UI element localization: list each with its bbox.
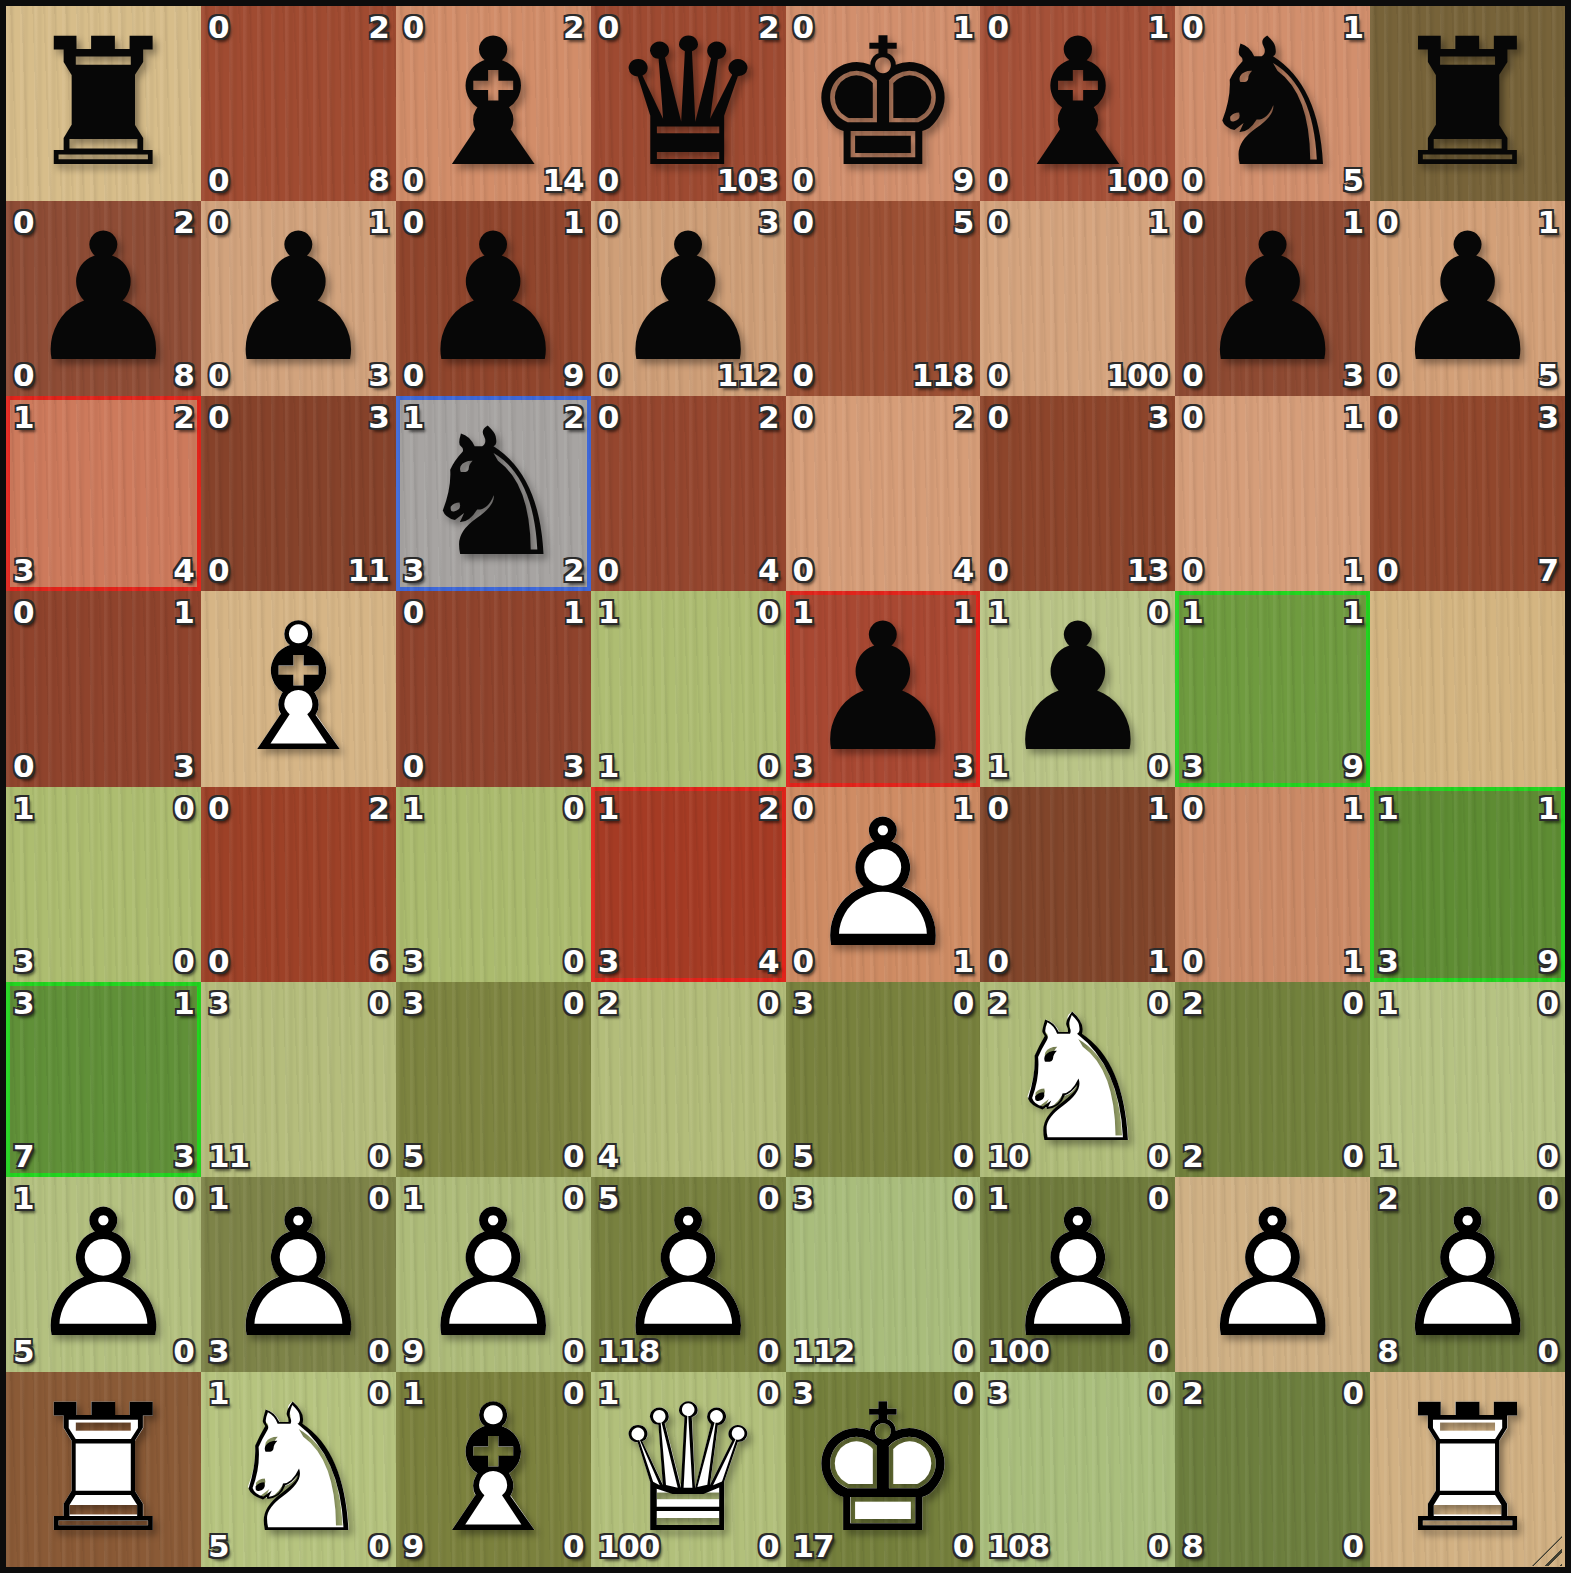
corner-top-right: 1 bbox=[173, 982, 194, 1024]
corner-bottom-left: 5 bbox=[403, 1135, 424, 1177]
corner-bottom-right: 3 bbox=[953, 745, 974, 787]
corner-top-right: 3 bbox=[1537, 396, 1558, 438]
corner-top-left: 1 bbox=[13, 396, 34, 438]
piece-white-pawn[interactable]: ♟♙ bbox=[396, 1177, 591, 1372]
square-h6[interactable]: 0307 bbox=[1370, 396, 1565, 591]
corner-bottom-left: 0 bbox=[1182, 940, 1203, 982]
corner-bottom-left: 0 bbox=[987, 549, 1008, 591]
corner-bottom-left: 100 bbox=[987, 1330, 1049, 1372]
corner-top-right: 2 bbox=[368, 787, 389, 829]
corner-top-left: 0 bbox=[403, 591, 424, 633]
corner-bottom-left: 0 bbox=[1182, 354, 1203, 396]
corner-top-left: 0 bbox=[598, 396, 619, 438]
square-b7[interactable]: 0103♟ bbox=[201, 201, 396, 396]
corner-top-left: 2 bbox=[987, 982, 1008, 1024]
piece-white-bishop[interactable]: ♝♗ bbox=[201, 591, 396, 786]
corner-bottom-right: 3 bbox=[1343, 354, 1364, 396]
corner-bottom-right: 0 bbox=[368, 1135, 389, 1177]
corner-top-left: 0 bbox=[403, 201, 424, 243]
square-c2[interactable]: 1090♟♙ bbox=[396, 1177, 591, 1372]
corner-bottom-left: 3 bbox=[1182, 745, 1203, 787]
corner-top-right: 0 bbox=[1343, 1372, 1364, 1414]
corner-bottom-left: 0 bbox=[793, 354, 814, 396]
corner-top-left: 0 bbox=[1377, 396, 1398, 438]
square-c4[interactable]: 1030 bbox=[396, 787, 591, 982]
square-a8[interactable]: ♜ bbox=[6, 6, 201, 201]
corner-top-right: 0 bbox=[758, 591, 779, 633]
corner-bottom-left: 10 bbox=[987, 1135, 1028, 1177]
square-d7[interactable]: 030112♟ bbox=[591, 201, 786, 396]
square-b2[interactable]: 1030♟♙ bbox=[201, 1177, 396, 1372]
corner-bottom-left: 4 bbox=[598, 1135, 619, 1177]
corner-top-left: 0 bbox=[987, 787, 1008, 829]
corner-top-left: 1 bbox=[208, 1372, 229, 1414]
square-d6[interactable]: 0204 bbox=[591, 396, 786, 591]
corner-bottom-right: 1 bbox=[953, 940, 974, 982]
square-c6[interactable]: 1232♞ bbox=[396, 396, 591, 591]
square-e7[interactable]: 050118 bbox=[786, 201, 981, 396]
piece-black-pawn[interactable]: ♟ bbox=[396, 201, 591, 396]
corner-top-right: 1 bbox=[563, 591, 584, 633]
corner-bottom-right: 0 bbox=[758, 745, 779, 787]
corner-bottom-right: 11 bbox=[348, 549, 389, 591]
corner-top-right: 0 bbox=[953, 1372, 974, 1414]
corner-bottom-left: 0 bbox=[208, 549, 229, 591]
corner-bottom-left: 3 bbox=[403, 549, 424, 591]
corner-top-left: 0 bbox=[1182, 6, 1203, 48]
square-c1[interactable]: 1090♝♗ bbox=[396, 1372, 591, 1567]
corner-bottom-right: 5 bbox=[1537, 354, 1558, 396]
corner-bottom-left: 0 bbox=[987, 354, 1008, 396]
corner-bottom-right: 13 bbox=[1127, 549, 1168, 591]
corner-bottom-left: 3 bbox=[793, 745, 814, 787]
square-g3[interactable]: 2020 bbox=[1175, 982, 1370, 1177]
corner-bottom-right: 1 bbox=[1148, 940, 1169, 982]
corner-top-right: 0 bbox=[563, 982, 584, 1024]
piece-black-pawn[interactable]: ♟ bbox=[786, 591, 981, 786]
corner-bottom-left: 8 bbox=[1377, 1330, 1398, 1372]
piece-white-pawn[interactable]: ♟♙ bbox=[201, 1177, 396, 1372]
corner-top-right: 2 bbox=[758, 787, 779, 829]
square-g6[interactable]: 0101 bbox=[1175, 396, 1370, 591]
corner-bottom-right: 118 bbox=[912, 354, 974, 396]
square-b3[interactable]: 30110 bbox=[201, 982, 396, 1177]
corner-bottom-left: 100 bbox=[598, 1525, 660, 1567]
corner-bottom-right: 3 bbox=[173, 1135, 194, 1177]
square-g8[interactable]: 0105♞ bbox=[1175, 6, 1370, 201]
corner-top-right: 0 bbox=[368, 1177, 389, 1219]
corner-top-right: 2 bbox=[953, 396, 974, 438]
square-f4[interactable]: 0101 bbox=[980, 787, 1175, 982]
corner-top-left: 2 bbox=[598, 982, 619, 1024]
corner-bottom-right: 0 bbox=[1537, 1330, 1558, 1372]
corner-bottom-right: 0 bbox=[953, 1330, 974, 1372]
corner-bottom-left: 8 bbox=[1182, 1525, 1203, 1567]
corner-top-right: 1 bbox=[1148, 201, 1169, 243]
corner-bottom-right: 7 bbox=[1537, 549, 1558, 591]
corner-top-right: 1 bbox=[953, 591, 974, 633]
corner-bottom-right: 0 bbox=[758, 1525, 779, 1567]
corner-bottom-right: 0 bbox=[368, 1330, 389, 1372]
corner-top-left: 1 bbox=[598, 591, 619, 633]
corner-bottom-left: 0 bbox=[793, 549, 814, 591]
corner-bottom-left: 0 bbox=[403, 745, 424, 787]
corner-top-left: 3 bbox=[13, 982, 34, 1024]
piece-black-pawn[interactable]: ♟ bbox=[201, 201, 396, 396]
corner-bottom-right: 0 bbox=[563, 1330, 584, 1372]
corner-bottom-left: 0 bbox=[403, 159, 424, 201]
corner-top-right: 1 bbox=[1537, 787, 1558, 829]
corner-bottom-left: 0 bbox=[13, 354, 34, 396]
corner-bottom-right: 3 bbox=[368, 354, 389, 396]
corner-top-left: 0 bbox=[598, 201, 619, 243]
corner-bottom-left: 5 bbox=[208, 1525, 229, 1567]
corner-bottom-right: 100 bbox=[1107, 159, 1169, 201]
corner-top-left: 1 bbox=[987, 591, 1008, 633]
corner-bottom-right: 6 bbox=[368, 940, 389, 982]
square-b8[interactable]: 0208 bbox=[201, 6, 396, 201]
corner-bottom-left: 0 bbox=[403, 354, 424, 396]
corner-bottom-left: 5 bbox=[13, 1330, 34, 1372]
square-e4[interactable]: 0101♟♙ bbox=[786, 787, 981, 982]
piece-black-pawn[interactable]: ♟ bbox=[980, 591, 1175, 786]
corner-bottom-left: 2 bbox=[1182, 1135, 1203, 1177]
corner-top-right: 2 bbox=[173, 396, 194, 438]
square-a7[interactable]: 0208♟ bbox=[6, 201, 201, 396]
piece-black-pawn[interactable]: ♟ bbox=[1370, 201, 1565, 396]
square-b4[interactable]: 0206 bbox=[201, 787, 396, 982]
corner-bottom-left: 0 bbox=[208, 159, 229, 201]
corner-bottom-left: 5 bbox=[793, 1135, 814, 1177]
square-f7[interactable]: 010100 bbox=[980, 201, 1175, 396]
corner-bottom-left: 17 bbox=[793, 1525, 834, 1567]
corner-bottom-right: 5 bbox=[1343, 159, 1364, 201]
corner-bottom-right: 3 bbox=[173, 745, 194, 787]
corner-top-left: 1 bbox=[1182, 591, 1203, 633]
corner-top-right: 1 bbox=[953, 787, 974, 829]
corner-bottom-right: 0 bbox=[173, 1330, 194, 1372]
corner-top-left: 0 bbox=[208, 396, 229, 438]
corner-top-left: 1 bbox=[403, 1372, 424, 1414]
square-h4[interactable]: 1139 bbox=[1370, 787, 1565, 982]
corner-bottom-right: 0 bbox=[368, 1525, 389, 1567]
corner-bottom-right: 0 bbox=[1537, 1135, 1558, 1177]
corner-top-left: 3 bbox=[208, 982, 229, 1024]
piece-white-knight[interactable]: ♞♘ bbox=[201, 1372, 396, 1567]
corner-bottom-left: 0 bbox=[208, 940, 229, 982]
square-b1[interactable]: 1050♞♘ bbox=[201, 1372, 396, 1567]
corner-top-left: 0 bbox=[208, 787, 229, 829]
corner-top-right: 0 bbox=[173, 787, 194, 829]
corner-top-left: 1 bbox=[598, 1372, 619, 1414]
corner-top-right: 0 bbox=[563, 787, 584, 829]
square-f8[interactable]: 010100♝ bbox=[980, 6, 1175, 201]
square-f2[interactable]: 101000♟♙ bbox=[980, 1177, 1175, 1372]
piece-white-rook[interactable]: ♜♖ bbox=[6, 1372, 201, 1567]
corner-top-left: 1 bbox=[13, 1177, 34, 1219]
corner-top-left: 2 bbox=[1182, 982, 1203, 1024]
corner-top-right: 0 bbox=[758, 982, 779, 1024]
corner-bottom-right: 4 bbox=[953, 549, 974, 591]
corner-bottom-left: 0 bbox=[13, 745, 34, 787]
corner-bottom-left: 112 bbox=[793, 1330, 855, 1372]
corner-top-left: 1 bbox=[987, 1177, 1008, 1219]
square-e5[interactable]: 1133♟ bbox=[786, 591, 981, 786]
corner-top-left: 1 bbox=[403, 1177, 424, 1219]
corner-top-left: 2 bbox=[1182, 1372, 1203, 1414]
piece-white-rook[interactable]: ♜♖ bbox=[1370, 1372, 1565, 1567]
corner-top-left: 0 bbox=[793, 787, 814, 829]
corner-top-right: 0 bbox=[1148, 1177, 1169, 1219]
square-e3[interactable]: 3050 bbox=[786, 982, 981, 1177]
square-c8[interactable]: 02014♝ bbox=[396, 6, 591, 201]
corner-bottom-right: 0 bbox=[173, 940, 194, 982]
square-a5[interactable]: 0103 bbox=[6, 591, 201, 786]
corner-top-right: 3 bbox=[368, 396, 389, 438]
corner-bottom-right: 0 bbox=[1148, 1330, 1169, 1372]
corner-top-right: 1 bbox=[1343, 6, 1364, 48]
square-f3[interactable]: 20100♞♘ bbox=[980, 982, 1175, 1177]
square-d5[interactable]: 1010 bbox=[591, 591, 786, 786]
corner-bottom-right: 9 bbox=[563, 354, 584, 396]
square-c7[interactable]: 0109♟ bbox=[396, 201, 591, 396]
corner-top-left: 0 bbox=[1377, 201, 1398, 243]
corner-top-right: 0 bbox=[563, 1177, 584, 1219]
piece-black-pawn[interactable]: ♟ bbox=[6, 201, 201, 396]
corner-top-left: 0 bbox=[208, 201, 229, 243]
corner-top-right: 2 bbox=[563, 396, 584, 438]
corner-bottom-right: 4 bbox=[758, 549, 779, 591]
corner-bottom-left: 0 bbox=[1377, 549, 1398, 591]
corner-top-right: 2 bbox=[173, 201, 194, 243]
corner-top-right: 0 bbox=[1148, 1372, 1169, 1414]
piece-black-pawn[interactable]: ♟ bbox=[1175, 201, 1370, 396]
corner-bottom-left: 1 bbox=[1377, 1135, 1398, 1177]
corner-top-right: 2 bbox=[563, 6, 584, 48]
corner-top-right: 0 bbox=[173, 1177, 194, 1219]
corner-top-right: 0 bbox=[1148, 591, 1169, 633]
square-e8[interactable]: 0109♚ bbox=[786, 6, 981, 201]
corner-top-left: 1 bbox=[1377, 787, 1398, 829]
chess-app: ♜020802014♝020103♛0109♚010100♝0105♞♜0208… bbox=[0, 0, 1571, 1573]
corner-top-right: 0 bbox=[953, 982, 974, 1024]
corner-top-right: 1 bbox=[173, 591, 194, 633]
corner-top-left: 0 bbox=[793, 396, 814, 438]
corner-bottom-right: 100 bbox=[1107, 354, 1169, 396]
corner-top-left: 5 bbox=[598, 1177, 619, 1219]
square-d4[interactable]: 1234 bbox=[591, 787, 786, 982]
corner-top-right: 1 bbox=[368, 201, 389, 243]
corner-bottom-right: 0 bbox=[1343, 1135, 1364, 1177]
corner-bottom-right: 2 bbox=[563, 549, 584, 591]
corner-top-right: 5 bbox=[953, 201, 974, 243]
square-f6[interactable]: 03013 bbox=[980, 396, 1175, 591]
corner-top-left: 0 bbox=[13, 591, 34, 633]
corner-top-right: 1 bbox=[1343, 201, 1364, 243]
corner-bottom-right: 0 bbox=[758, 1330, 779, 1372]
corner-top-left: 0 bbox=[793, 201, 814, 243]
corner-bottom-right: 103 bbox=[717, 159, 779, 201]
square-d8[interactable]: 020103♛ bbox=[591, 6, 786, 201]
square-a3[interactable]: 3173 bbox=[6, 982, 201, 1177]
corner-bottom-right: 8 bbox=[368, 159, 389, 201]
corner-bottom-left: 118 bbox=[598, 1330, 660, 1372]
corner-bottom-right: 1 bbox=[1343, 549, 1364, 591]
corner-top-left: 1 bbox=[403, 787, 424, 829]
piece-black-knight[interactable]: ♞ bbox=[396, 396, 591, 591]
corner-bottom-left: 3 bbox=[208, 1330, 229, 1372]
corner-bottom-left: 3 bbox=[13, 549, 34, 591]
piece-white-pawn[interactable]: ♟♙ bbox=[786, 787, 981, 982]
corner-top-left: 0 bbox=[987, 396, 1008, 438]
corner-top-right: 2 bbox=[758, 6, 779, 48]
corner-top-left: 0 bbox=[987, 6, 1008, 48]
corner-top-left: 0 bbox=[1182, 396, 1203, 438]
corner-bottom-right: 9 bbox=[1537, 940, 1558, 982]
square-a1[interactable]: ♜♖ bbox=[6, 1372, 201, 1567]
corner-bottom-left: 3 bbox=[13, 940, 34, 982]
corner-bottom-left: 0 bbox=[793, 159, 814, 201]
square-a6[interactable]: 1234 bbox=[6, 396, 201, 591]
piece-white-pawn[interactable]: ♟♙ bbox=[1175, 1177, 1370, 1372]
piece-black-king[interactable]: ♚ bbox=[786, 6, 981, 201]
square-h1[interactable]: ♜♖ bbox=[1370, 1372, 1565, 1567]
corner-bottom-right: 0 bbox=[563, 1135, 584, 1177]
corner-top-left: 1 bbox=[793, 591, 814, 633]
corner-bottom-left: 0 bbox=[987, 940, 1008, 982]
corner-top-right: 1 bbox=[953, 6, 974, 48]
corner-top-left: 3 bbox=[793, 1372, 814, 1414]
square-a4[interactable]: 1030 bbox=[6, 787, 201, 982]
corner-top-left: 1 bbox=[598, 787, 619, 829]
corner-bottom-left: 1 bbox=[987, 745, 1008, 787]
corner-bottom-left: 0 bbox=[598, 354, 619, 396]
corner-top-right: 1 bbox=[1148, 787, 1169, 829]
corner-top-right: 0 bbox=[758, 1177, 779, 1219]
corner-top-right: 1 bbox=[1148, 6, 1169, 48]
corner-bottom-left: 0 bbox=[987, 159, 1008, 201]
corner-top-right: 0 bbox=[1343, 982, 1364, 1024]
square-e6[interactable]: 0204 bbox=[786, 396, 981, 591]
corner-top-right: 2 bbox=[368, 6, 389, 48]
corner-top-left: 1 bbox=[1377, 982, 1398, 1024]
corner-top-left: 3 bbox=[793, 982, 814, 1024]
square-b6[interactable]: 03011 bbox=[201, 396, 396, 591]
corner-bottom-right: 8 bbox=[173, 354, 194, 396]
corner-bottom-left: 0 bbox=[208, 354, 229, 396]
corner-top-right: 0 bbox=[758, 1372, 779, 1414]
corner-bottom-right: 14 bbox=[542, 159, 583, 201]
corner-top-right: 1 bbox=[1343, 396, 1364, 438]
corner-bottom-right: 1 bbox=[1343, 940, 1364, 982]
piece-black-rook[interactable]: ♜ bbox=[1370, 6, 1565, 201]
square-h7[interactable]: 0105♟ bbox=[1370, 201, 1565, 396]
corner-top-right: 3 bbox=[758, 201, 779, 243]
corner-bottom-left: 9 bbox=[403, 1525, 424, 1567]
corner-bottom-right: 0 bbox=[563, 1525, 584, 1567]
corner-top-left: 0 bbox=[208, 6, 229, 48]
corner-top-left: 3 bbox=[793, 1177, 814, 1219]
corner-top-right: 0 bbox=[368, 982, 389, 1024]
corner-top-left: 0 bbox=[1182, 787, 1203, 829]
corner-top-right: 1 bbox=[1537, 201, 1558, 243]
corner-bottom-right: 9 bbox=[953, 159, 974, 201]
square-g7[interactable]: 0103♟ bbox=[1175, 201, 1370, 396]
corner-bottom-left: 0 bbox=[598, 159, 619, 201]
corner-top-right: 3 bbox=[1148, 396, 1169, 438]
square-d2[interactable]: 501180♟♙ bbox=[591, 1177, 786, 1372]
square-h8[interactable]: ♜ bbox=[1370, 6, 1565, 201]
corner-bottom-right: 0 bbox=[1343, 1525, 1364, 1567]
piece-white-pawn[interactable]: ♟♙ bbox=[6, 1177, 201, 1372]
corner-top-left: 0 bbox=[793, 6, 814, 48]
square-e1[interactable]: 30170♚♔ bbox=[786, 1372, 981, 1567]
corner-top-right: 1 bbox=[563, 201, 584, 243]
corner-top-left: 3 bbox=[987, 1372, 1008, 1414]
corner-top-right: 0 bbox=[563, 1372, 584, 1414]
corner-bottom-right: 0 bbox=[953, 1135, 974, 1177]
corner-bottom-right: 0 bbox=[1148, 745, 1169, 787]
corner-bottom-left: 0 bbox=[1182, 549, 1203, 591]
corner-bottom-right: 0 bbox=[1148, 1525, 1169, 1567]
corner-bottom-right: 0 bbox=[953, 1525, 974, 1567]
square-c5[interactable]: 0103 bbox=[396, 591, 591, 786]
corner-bottom-right: 3 bbox=[563, 745, 584, 787]
square-a2[interactable]: 1050♟♙ bbox=[6, 1177, 201, 1372]
square-g1[interactable]: 2080 bbox=[1175, 1372, 1370, 1567]
square-e2[interactable]: 301120 bbox=[786, 1177, 981, 1372]
corner-bottom-left: 3 bbox=[403, 940, 424, 982]
corner-bottom-left: 11 bbox=[208, 1135, 249, 1177]
square-g4[interactable]: 0101 bbox=[1175, 787, 1370, 982]
square-g5[interactable]: 1139 bbox=[1175, 591, 1370, 786]
corner-top-right: 0 bbox=[953, 1177, 974, 1219]
square-b5[interactable]: ♝♗ bbox=[201, 591, 396, 786]
corner-top-left: 1 bbox=[13, 787, 34, 829]
corner-top-left: 0 bbox=[598, 6, 619, 48]
corner-bottom-right: 0 bbox=[758, 1135, 779, 1177]
corner-top-left: 0 bbox=[987, 201, 1008, 243]
corner-top-left: 1 bbox=[403, 396, 424, 438]
corner-bottom-left: 3 bbox=[1377, 940, 1398, 982]
corner-bottom-right: 0 bbox=[563, 940, 584, 982]
square-d1[interactable]: 101000♛♕ bbox=[591, 1372, 786, 1567]
square-f5[interactable]: 1010♟ bbox=[980, 591, 1175, 786]
square-h2[interactable]: 2080♟♙ bbox=[1370, 1177, 1565, 1372]
piece-white-pawn[interactable]: ♟♙ bbox=[1370, 1177, 1565, 1372]
piece-white-bishop[interactable]: ♝♗ bbox=[396, 1372, 591, 1567]
piece-black-knight[interactable]: ♞ bbox=[1175, 6, 1370, 201]
corner-top-left: 1 bbox=[208, 1177, 229, 1219]
corner-bottom-right: 9 bbox=[1343, 745, 1364, 787]
corner-top-left: 2 bbox=[1377, 1177, 1398, 1219]
square-f1[interactable]: 301080 bbox=[980, 1372, 1175, 1567]
square-h3[interactable]: 1010 bbox=[1370, 982, 1565, 1177]
piece-black-rook[interactable]: ♜ bbox=[6, 6, 201, 201]
square-c3[interactable]: 3050 bbox=[396, 982, 591, 1177]
corner-top-right: 2 bbox=[758, 396, 779, 438]
square-g2[interactable]: ♟♙ bbox=[1175, 1177, 1370, 1372]
square-d3[interactable]: 2040 bbox=[591, 982, 786, 1177]
corner-bottom-left: 0 bbox=[1377, 354, 1398, 396]
corner-bottom-right: 112 bbox=[717, 354, 779, 396]
corner-top-right: 0 bbox=[1537, 1177, 1558, 1219]
corner-bottom-right: 0 bbox=[1148, 1135, 1169, 1177]
corner-top-left: 3 bbox=[403, 982, 424, 1024]
corner-bottom-left: 0 bbox=[598, 549, 619, 591]
corner-bottom-left: 1 bbox=[598, 745, 619, 787]
square-h5[interactable] bbox=[1370, 591, 1565, 786]
